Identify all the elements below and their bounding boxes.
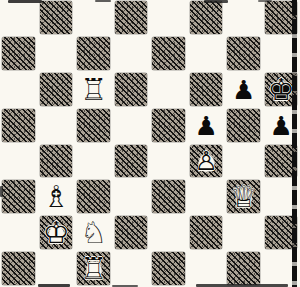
square-b5 (38, 108, 76, 144)
square-e4 (150, 144, 188, 180)
square-f8 (188, 0, 226, 36)
white-pawn-f4: ♙ (188, 144, 226, 180)
square-d5 (113, 108, 151, 144)
black-pawn-g6: ♟ (225, 72, 263, 108)
square-c1: ♖ (75, 251, 113, 287)
square-c6: ♖ (75, 72, 113, 108)
square-b8 (38, 0, 76, 36)
square-f1 (188, 251, 226, 287)
right-border-rule (292, 0, 297, 287)
square-b3: ♗ (38, 179, 76, 215)
square-c2: ♘ (75, 215, 113, 251)
chess-board: ♖♟♚♟♟♙♗♕♔♘♖ (0, 0, 300, 287)
square-g8 (225, 0, 263, 36)
square-g6: ♟ (225, 72, 263, 108)
white-bishop-b3: ♗ (38, 179, 76, 215)
square-a5 (0, 108, 38, 144)
square-e2 (150, 215, 188, 251)
square-d1 (113, 251, 151, 287)
white-queen-g3: ♕ (225, 179, 263, 215)
square-a7 (0, 36, 38, 72)
square-d3 (113, 179, 151, 215)
square-f4: ♙ (188, 144, 226, 180)
square-f2 (188, 215, 226, 251)
print-smudge (8, 0, 42, 3)
white-rook-c6: ♖ (75, 72, 113, 108)
square-c7 (75, 36, 113, 72)
square-d7 (113, 36, 151, 72)
print-smudge (258, 0, 272, 2)
square-b1 (38, 251, 76, 287)
print-smudge (204, 0, 228, 3)
square-a2 (0, 215, 38, 251)
print-smudge (0, 186, 3, 197)
square-f5: ♟ (188, 108, 226, 144)
square-a8 (0, 0, 38, 36)
black-pawn-f5: ♟ (188, 108, 226, 144)
square-a3 (0, 179, 38, 215)
square-f6 (188, 72, 226, 108)
square-e8 (150, 0, 188, 36)
square-a6 (0, 72, 38, 108)
square-g1 (225, 251, 263, 287)
square-e7 (150, 36, 188, 72)
square-g3: ♕ (225, 179, 263, 215)
square-e5 (150, 108, 188, 144)
square-b6 (38, 72, 76, 108)
square-a4 (0, 144, 38, 180)
square-e3 (150, 179, 188, 215)
square-a1 (0, 251, 38, 287)
square-b4 (38, 144, 76, 180)
square-g2 (225, 215, 263, 251)
square-e1 (150, 251, 188, 287)
square-b2: ♔ (38, 215, 76, 251)
square-d2 (113, 215, 151, 251)
square-g5 (225, 108, 263, 144)
square-g4 (225, 144, 263, 180)
square-e6 (150, 72, 188, 108)
square-b7 (38, 36, 76, 72)
square-c8 (75, 0, 113, 36)
square-c4 (75, 144, 113, 180)
square-f7 (188, 36, 226, 72)
white-king-b2: ♔ (38, 215, 76, 251)
square-g7 (225, 36, 263, 72)
square-d4 (113, 144, 151, 180)
square-c5 (75, 108, 113, 144)
square-d8 (113, 0, 151, 36)
square-c3 (75, 179, 113, 215)
square-d6 (113, 72, 151, 108)
print-smudge (95, 0, 111, 2)
white-rook-c1: ♖ (75, 251, 113, 287)
white-knight-c2: ♘ (75, 215, 113, 251)
square-f3 (188, 179, 226, 215)
